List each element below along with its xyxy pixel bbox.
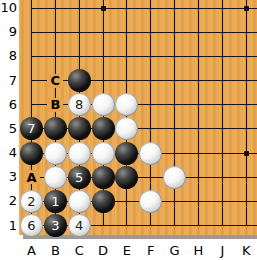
stone-black-C5[interactable] [68, 117, 91, 140]
stone-black-B2[interactable]: 1 [44, 190, 67, 213]
coord-label-row-8: 8 [0, 48, 17, 63]
stone-white-F2[interactable] [139, 190, 162, 213]
coord-label-col-B: B [45, 243, 65, 258]
stone-white-F4[interactable] [139, 142, 162, 165]
grid-line-horizontal [31, 8, 257, 9]
stone-black-A4[interactable] [20, 142, 43, 165]
coord-label-col-G: G [165, 243, 185, 258]
coord-label-row-6: 6 [0, 97, 17, 112]
stone-white-G3[interactable] [163, 166, 186, 189]
coord-label-row-5: 5 [0, 121, 17, 136]
stone-black-D5[interactable] [92, 117, 115, 140]
stone-white-D6[interactable] [92, 93, 115, 116]
grid-line-horizontal [31, 32, 257, 33]
star-point-D10 [101, 6, 106, 11]
coord-label-col-D: D [93, 243, 113, 258]
marked-point-A[interactable]: A [24, 170, 40, 184]
coord-label-row-1: 1 [0, 218, 17, 233]
coord-label-col-J: J [212, 243, 232, 258]
stone-black-B1[interactable]: 3 [44, 214, 67, 237]
marked-point-C[interactable]: C [47, 74, 63, 88]
grid-line-vertical [198, 0, 199, 226]
star-point-K4 [244, 151, 249, 156]
stone-black-C3[interactable]: 5 [68, 166, 91, 189]
coord-label-row-3: 3 [0, 169, 17, 184]
stone-black-E4[interactable] [115, 142, 138, 165]
grid-line-horizontal [31, 80, 257, 81]
stone-white-C4[interactable] [68, 142, 91, 165]
coord-label-col-H: H [188, 243, 208, 258]
grid-line-vertical [222, 0, 223, 226]
coord-label-col-E: E [117, 243, 137, 258]
stone-white-B4[interactable] [44, 142, 67, 165]
coord-label-row-10: 10 [0, 0, 17, 15]
stone-white-C2[interactable] [68, 190, 91, 213]
stone-white-A2[interactable]: 2 [20, 190, 43, 213]
grid-line-vertical [246, 0, 247, 226]
coord-label-row-2: 2 [0, 193, 17, 208]
coord-label-row-9: 9 [0, 24, 17, 39]
stone-black-D3[interactable] [92, 166, 115, 189]
coord-label-col-K: K [236, 243, 256, 258]
grid-line-horizontal [31, 104, 257, 105]
stone-black-C7[interactable] [68, 69, 91, 92]
coord-label-col-A: A [22, 243, 42, 258]
grid-line-horizontal [31, 56, 257, 57]
stone-white-B3[interactable] [44, 166, 67, 189]
coord-label-col-F: F [141, 243, 161, 258]
stone-white-C1[interactable]: 4 [68, 214, 91, 237]
coord-label-row-7: 7 [0, 73, 17, 88]
go-board-diagram: ABC87521634 10987654321 ABCDEFGHJK [0, 0, 257, 260]
stone-white-A1[interactable]: 6 [20, 214, 43, 237]
stone-white-C6[interactable]: 8 [68, 93, 91, 116]
coord-label-row-4: 4 [0, 145, 17, 160]
star-point-K10 [244, 6, 249, 11]
stone-black-D2[interactable] [92, 190, 115, 213]
stone-white-D4[interactable] [92, 142, 115, 165]
grid-line-vertical [174, 0, 175, 226]
stone-black-E3[interactable] [115, 166, 138, 189]
coord-label-col-C: C [69, 243, 89, 258]
marked-point-B[interactable]: B [47, 98, 63, 112]
